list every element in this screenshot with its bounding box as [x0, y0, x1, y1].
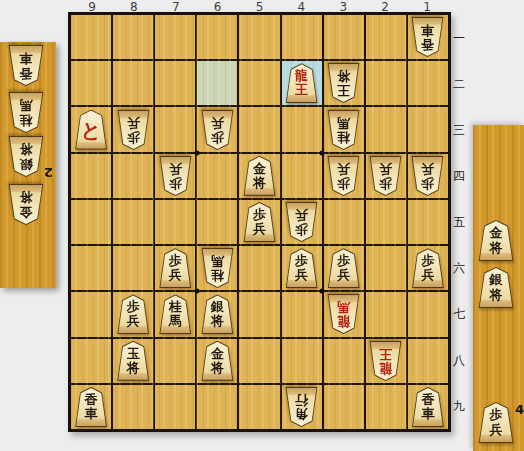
board-cell-7-7[interactable]: 桂馬	[155, 292, 195, 336]
board-cell-5-4[interactable]: 金将	[239, 154, 279, 198]
board-cell-4-2[interactable]: 龍王	[282, 61, 322, 105]
board-cell-9-6[interactable]	[71, 246, 111, 290]
board-cell-9-4[interactable]	[71, 154, 111, 198]
piece-sente-king[interactable]: 玉将	[117, 341, 150, 381]
board-cell-5-7[interactable]	[239, 292, 279, 336]
board-cell-1-8[interactable]	[408, 339, 448, 383]
board-cell-7-2[interactable]	[155, 61, 195, 105]
piece-gote-king[interactable]: 王将	[327, 63, 360, 103]
hand-slot-sente-silver: 銀将	[478, 267, 514, 308]
board-cell-2-6[interactable]	[366, 246, 406, 290]
piece-gote-horse[interactable]: 龍馬	[327, 294, 360, 334]
file-label: 3	[322, 0, 364, 14]
board-cell-1-3[interactable]	[408, 107, 448, 151]
board-cell-2-3[interactable]	[366, 107, 406, 151]
board-cell-2-7[interactable]	[366, 292, 406, 336]
piece-gote-lance[interactable]: 香車	[8, 45, 44, 86]
file-label: 6	[197, 0, 239, 14]
board-cell-1-1[interactable]: 香車	[408, 15, 448, 59]
rank-label: 六	[450, 245, 468, 291]
piece-kanji: 歩兵	[117, 113, 150, 147]
rank-label: 四	[450, 153, 468, 199]
piece-kanji: 銀将	[8, 139, 44, 174]
shogi-game-screen: 987654321 香車桂馬銀将2金将 香車龍王王将と歩兵歩兵桂馬歩兵金将歩兵歩…	[0, 0, 524, 451]
board-cell-8-2[interactable]	[113, 61, 153, 105]
piece-sente-pawn[interactable]: 歩兵	[285, 248, 318, 288]
piece-gote-pawn[interactable]: 歩兵	[117, 110, 150, 150]
board-cell-8-3[interactable]: 歩兵	[113, 107, 153, 151]
piece-gote-knight[interactable]: 桂馬	[327, 110, 360, 150]
piece-kanji: 香車	[411, 20, 444, 54]
piece-kanji: と	[75, 113, 108, 147]
file-label: 1	[406, 0, 448, 14]
rank-label: 三	[450, 107, 468, 153]
board-cell-4-6[interactable]: 歩兵	[282, 246, 322, 290]
piece-sente-silver[interactable]: 銀将	[478, 267, 514, 308]
piece-count: 4	[515, 402, 524, 417]
piece-kanji: 歩兵	[159, 251, 192, 285]
board-cell-2-8[interactable]: 龍王	[366, 339, 406, 383]
board-cell-1-2[interactable]	[408, 61, 448, 105]
rank-label: 一	[450, 15, 468, 61]
piece-kanji: 歩兵	[327, 251, 360, 285]
piece-count: 2	[44, 165, 53, 180]
piece-kanji: 龍馬	[327, 297, 360, 331]
piece-sente-pawn[interactable]: 歩兵	[411, 248, 444, 288]
board-cell-2-1[interactable]	[366, 15, 406, 59]
board-cell-7-4[interactable]: 歩兵	[155, 154, 195, 198]
piece-sente-dragon[interactable]: 龍王	[285, 63, 318, 103]
piece-kanji: 歩兵	[369, 159, 402, 193]
piece-sente-gold[interactable]: 金将	[201, 341, 234, 381]
piece-kanji: 桂馬	[8, 95, 44, 130]
piece-kanji: 龍王	[369, 344, 402, 378]
board-cell-7-5[interactable]	[155, 200, 195, 244]
board-cell-3-9[interactable]	[324, 385, 364, 429]
piece-gote-pawn[interactable]: 歩兵	[411, 156, 444, 196]
piece-gote-knight[interactable]: 桂馬	[201, 248, 234, 288]
piece-sente-silver[interactable]: 銀将	[201, 294, 234, 334]
piece-kanji: 歩兵	[285, 251, 318, 285]
hand-slot-gote-silver: 銀将2	[8, 136, 44, 177]
board-cell-8-8[interactable]: 玉将	[113, 339, 153, 383]
piece-sente-gold[interactable]: 金将	[478, 220, 514, 261]
board-cell-5-2[interactable]	[239, 61, 279, 105]
rank-label: 八	[450, 337, 468, 383]
board-cell-3-7[interactable]: 龍馬	[324, 292, 364, 336]
board-cell-2-2[interactable]	[366, 61, 406, 105]
board-cell-7-8[interactable]	[155, 339, 195, 383]
board-cell-3-1[interactable]	[324, 15, 364, 59]
piece-sente-pawn[interactable]: 歩兵	[327, 248, 360, 288]
board-cell-4-4[interactable]	[282, 154, 322, 198]
file-label: 5	[239, 0, 281, 14]
board-cell-1-9[interactable]: 香車	[408, 385, 448, 429]
board-cell-7-9[interactable]	[155, 385, 195, 429]
board-cell-1-4[interactable]: 歩兵	[408, 154, 448, 198]
piece-kanji: 歩兵	[327, 159, 360, 193]
board-cell-8-5[interactable]	[113, 200, 153, 244]
board-cell-8-9[interactable]	[113, 385, 153, 429]
piece-sente-pawn[interactable]: 歩兵	[478, 402, 514, 443]
board-cell-6-6[interactable]: 桂馬	[197, 246, 237, 290]
board-cell-5-6[interactable]	[239, 246, 279, 290]
komadai-sente: 金将銀将歩兵4	[473, 125, 524, 451]
piece-sente-lance[interactable]: 香車	[75, 387, 108, 427]
file-labels: 987654321	[71, 0, 448, 14]
piece-kanji: 玉将	[117, 344, 150, 378]
piece-sente-gold[interactable]: 金将	[243, 156, 276, 196]
piece-kanji: 桂馬	[327, 113, 360, 147]
board-cell-4-5[interactable]: 歩兵	[282, 200, 322, 244]
piece-kanji: 王将	[327, 66, 360, 100]
hand-slot-sente-gold: 金将	[478, 220, 514, 261]
board-cell-8-6[interactable]	[113, 246, 153, 290]
board-cell-2-9[interactable]	[366, 385, 406, 429]
board-cell-7-1[interactable]	[155, 15, 195, 59]
board-cell-9-3[interactable]: と	[71, 107, 111, 151]
board-cell-7-3[interactable]	[155, 107, 195, 151]
piece-sente-pawn[interactable]: 歩兵	[159, 248, 192, 288]
piece-kanji: 歩兵	[285, 205, 318, 239]
board-cell-1-7[interactable]	[408, 292, 448, 336]
board-cell-5-9[interactable]	[239, 385, 279, 429]
komadai-gote: 香車桂馬銀将2金将	[0, 42, 56, 288]
board-cell-9-9[interactable]: 香車	[71, 385, 111, 429]
piece-kanji: 桂馬	[201, 251, 234, 285]
piece-kanji: 金将	[478, 223, 514, 258]
piece-kanji: 金将	[8, 187, 44, 222]
board-cell-6-8[interactable]: 金将	[197, 339, 237, 383]
board-cell-9-1[interactable]	[71, 15, 111, 59]
rank-label: 九	[450, 383, 468, 429]
board-cell-7-6[interactable]: 歩兵	[155, 246, 195, 290]
board-cell-9-8[interactable]	[71, 339, 111, 383]
board-cell-2-4[interactable]: 歩兵	[366, 154, 406, 198]
piece-gote-pawn[interactable]: 歩兵	[327, 156, 360, 196]
piece-sente-pawn[interactable]: 歩兵	[117, 294, 150, 334]
board-cell-9-7[interactable]	[71, 292, 111, 336]
board-cell-8-7[interactable]: 歩兵	[113, 292, 153, 336]
board-cell-6-1[interactable]	[197, 15, 237, 59]
piece-kanji: 桂馬	[159, 297, 192, 331]
hand-slot-gote-gold: 金将	[8, 184, 44, 225]
board-cell-9-2[interactable]	[71, 61, 111, 105]
board-cell-3-4[interactable]: 歩兵	[324, 154, 364, 198]
board-cell-9-5[interactable]	[71, 200, 111, 244]
file-label: 7	[155, 0, 197, 14]
piece-kanji: 歩兵	[159, 159, 192, 193]
board-cell-1-5[interactable]	[408, 200, 448, 244]
board-cell-8-1[interactable]	[113, 15, 153, 59]
piece-gote-pawn[interactable]: 歩兵	[159, 156, 192, 196]
rank-label: 七	[450, 291, 468, 337]
board-cell-6-3[interactable]: 歩兵	[197, 107, 237, 151]
board-cell-6-2[interactable]	[197, 61, 237, 105]
piece-kanji: 歩兵	[478, 405, 514, 440]
board-cell-4-7[interactable]	[282, 292, 322, 336]
piece-kanji: 香車	[75, 390, 108, 424]
piece-gote-silver[interactable]: 銀将	[8, 136, 44, 177]
piece-sente-knight[interactable]: 桂馬	[159, 294, 192, 334]
piece-kanji: 歩兵	[117, 297, 150, 331]
piece-gote-bishop[interactable]: 角行	[285, 387, 318, 427]
piece-sente-tokin[interactable]: と	[75, 110, 108, 150]
board-cell-3-2[interactable]: 王将	[324, 61, 364, 105]
board-cell-4-8[interactable]	[282, 339, 322, 383]
board-cell-5-1[interactable]	[239, 15, 279, 59]
board-cell-1-6[interactable]: 歩兵	[408, 246, 448, 290]
board-cell-5-5[interactable]: 歩兵	[239, 200, 279, 244]
board-cell-4-3[interactable]	[282, 107, 322, 151]
board-cell-6-5[interactable]	[197, 200, 237, 244]
hand-slot-gote-knight: 桂馬	[8, 92, 44, 133]
shogi-board: 香車龍王王将と歩兵歩兵桂馬歩兵金将歩兵歩兵歩兵歩兵歩兵歩兵桂馬歩兵歩兵歩兵歩兵桂…	[68, 12, 451, 432]
board-cell-6-4[interactable]	[197, 154, 237, 198]
piece-kanji: 金将	[243, 159, 276, 193]
piece-kanji: 香車	[411, 390, 444, 424]
file-label: 9	[71, 0, 113, 14]
piece-gote-pawn[interactable]: 歩兵	[285, 202, 318, 242]
hand-slot-gote-lance: 香車	[8, 45, 44, 86]
piece-kanji: 歩兵	[243, 205, 276, 239]
piece-kanji: 金将	[201, 344, 234, 378]
piece-kanji: 歩兵	[411, 251, 444, 285]
star-point	[194, 289, 199, 294]
piece-gote-gold[interactable]: 金将	[8, 184, 44, 225]
file-label: 4	[280, 0, 322, 14]
file-label: 8	[113, 0, 155, 14]
board-cell-4-9[interactable]: 角行	[282, 385, 322, 429]
board-cell-3-8[interactable]	[324, 339, 364, 383]
piece-gote-knight[interactable]: 桂馬	[8, 92, 44, 133]
rank-label: 二	[450, 61, 468, 107]
board-cell-6-7[interactable]: 銀将	[197, 292, 237, 336]
file-label: 2	[364, 0, 406, 14]
piece-kanji: 歩兵	[411, 159, 444, 193]
board-cell-3-5[interactable]	[324, 200, 364, 244]
piece-sente-pawn[interactable]: 歩兵	[243, 202, 276, 242]
piece-gote-dragon[interactable]: 龍王	[369, 341, 402, 381]
board-cell-2-5[interactable]	[366, 200, 406, 244]
board-cell-5-8[interactable]	[239, 339, 279, 383]
piece-kanji: 龍王	[285, 66, 318, 100]
piece-kanji: 角行	[285, 390, 318, 424]
piece-kanji: 歩兵	[201, 113, 234, 147]
rank-labels: 一二三四五六七八九	[450, 15, 468, 429]
board-cell-6-9[interactable]	[197, 385, 237, 429]
star-point	[194, 150, 199, 155]
star-point	[320, 289, 325, 294]
piece-kanji: 銀将	[478, 270, 514, 305]
piece-kanji: 銀将	[201, 297, 234, 331]
piece-gote-lance[interactable]: 香車	[411, 17, 444, 57]
board-cell-3-6[interactable]: 歩兵	[324, 246, 364, 290]
board-cell-3-3[interactable]: 桂馬	[324, 107, 364, 151]
hand-slot-sente-pawn: 歩兵4	[478, 402, 514, 443]
piece-kanji: 香車	[8, 48, 44, 83]
piece-gote-pawn[interactable]: 歩兵	[201, 110, 234, 150]
rank-label: 五	[450, 199, 468, 245]
piece-gote-pawn[interactable]: 歩兵	[369, 156, 402, 196]
board-cell-5-3[interactable]	[239, 107, 279, 151]
board-wrap: 香車龍王王将と歩兵歩兵桂馬歩兵金将歩兵歩兵歩兵歩兵歩兵歩兵桂馬歩兵歩兵歩兵歩兵桂…	[68, 12, 451, 432]
board-cell-8-4[interactable]	[113, 154, 153, 198]
piece-sente-lance[interactable]: 香車	[411, 387, 444, 427]
board-cell-4-1[interactable]	[282, 15, 322, 59]
star-point	[320, 150, 325, 155]
